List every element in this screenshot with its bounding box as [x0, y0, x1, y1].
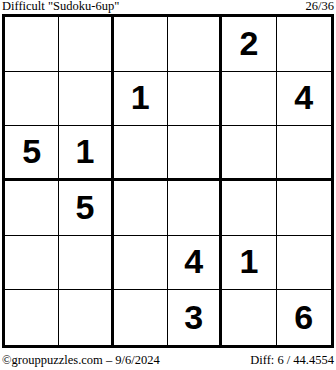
page-footer: ©grouppuzzles.com – 9/6/2024 Diff: 6 / 4… — [2, 350, 334, 368]
sudoku-cell-r3c3[interactable] — [114, 126, 168, 181]
given-digit: 2 — [240, 26, 259, 60]
given-digit: 6 — [294, 300, 313, 334]
sudoku-cell-r3c1[interactable]: 5 — [5, 126, 59, 181]
sudoku-cell-r4c6[interactable] — [277, 181, 331, 236]
sudoku-cell-r4c4[interactable] — [168, 181, 222, 236]
sudoku-cell-r3c2[interactable]: 1 — [59, 126, 113, 181]
sudoku-cell-r2c5[interactable] — [222, 72, 276, 127]
sudoku-cell-r5c1[interactable] — [5, 236, 59, 291]
sudoku-cell-r1c2[interactable] — [59, 17, 113, 72]
sudoku-cell-r3c6[interactable] — [277, 126, 331, 181]
sudoku-cell-r1c3[interactable] — [114, 17, 168, 72]
sudoku-cell-r3c4[interactable] — [168, 126, 222, 181]
sudoku-cell-r3c5[interactable] — [222, 126, 276, 181]
given-digit: 1 — [240, 244, 259, 278]
sudoku-cell-r2c2[interactable] — [59, 72, 113, 127]
sudoku-cell-r1c5[interactable]: 2 — [222, 17, 276, 72]
puzzle-counter: 26/36 — [306, 0, 334, 13]
sudoku-cell-r1c1[interactable] — [5, 17, 59, 72]
sudoku-cell-r1c4[interactable] — [168, 17, 222, 72]
page-header: Difficult "Sudoku-6up" 26/36 — [2, 0, 334, 14]
sudoku-cell-r6c2[interactable] — [59, 290, 113, 345]
sudoku-cell-r4c5[interactable] — [222, 181, 276, 236]
sudoku-cell-r2c4[interactable] — [168, 72, 222, 127]
copyright-text: ©grouppuzzles.com – 9/6/2024 — [2, 353, 160, 368]
sudoku-cell-r5c2[interactable] — [59, 236, 113, 291]
puzzle-title: Difficult "Sudoku-6up" — [2, 0, 119, 13]
given-digit: 5 — [76, 190, 95, 224]
sudoku-cell-r6c6[interactable]: 6 — [277, 290, 331, 345]
given-digit: 1 — [76, 134, 95, 168]
sudoku-cell-r5c5[interactable]: 1 — [222, 236, 276, 291]
sudoku-cell-r4c2[interactable]: 5 — [59, 181, 113, 236]
given-digit: 1 — [131, 80, 150, 114]
sudoku-cell-r5c6[interactable] — [277, 236, 331, 291]
sudoku-cell-r6c3[interactable] — [114, 290, 168, 345]
sudoku-cell-r2c6[interactable]: 4 — [277, 72, 331, 127]
sudoku-board: 2145154136 — [2, 14, 334, 348]
given-digit: 3 — [184, 300, 203, 334]
given-digit: 5 — [22, 134, 41, 168]
given-digit: 4 — [294, 80, 313, 114]
given-digit: 4 — [184, 244, 203, 278]
sudoku-cell-r6c5[interactable] — [222, 290, 276, 345]
sudoku-cell-r5c3[interactable] — [114, 236, 168, 291]
sudoku-cell-r4c3[interactable] — [114, 181, 168, 236]
sudoku-cell-r6c4[interactable]: 3 — [168, 290, 222, 345]
sudoku-cell-r1c6[interactable] — [277, 17, 331, 72]
sudoku-cell-r2c1[interactable] — [5, 72, 59, 127]
sudoku-cell-r6c1[interactable] — [5, 290, 59, 345]
sudoku-cell-r2c3[interactable]: 1 — [114, 72, 168, 127]
difficulty-text: Diff: 6 / 44.4554 — [250, 353, 334, 368]
sudoku-cell-r4c1[interactable] — [5, 181, 59, 236]
sudoku-cell-r5c4[interactable]: 4 — [168, 236, 222, 291]
